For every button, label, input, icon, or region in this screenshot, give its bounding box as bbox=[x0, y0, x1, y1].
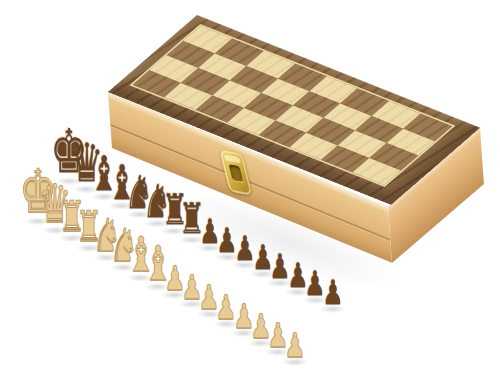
brass-clasp-icon bbox=[219, 149, 252, 195]
product-photo: ♚♛♝♝♞♞♜♜♟♟♟♟♟♟♟♟♚♛♜♜♞♞♝♝♟♟♟♟♟♟♟♟ bbox=[0, 0, 500, 379]
dark-pawn: ♟ bbox=[318, 275, 348, 309]
dark-pawn-glyph: ♟ bbox=[322, 275, 343, 309]
light-pawn: ♟ bbox=[280, 328, 310, 362]
clasp-plate bbox=[219, 149, 252, 195]
light-pawn-glyph: ♟ bbox=[284, 328, 305, 362]
